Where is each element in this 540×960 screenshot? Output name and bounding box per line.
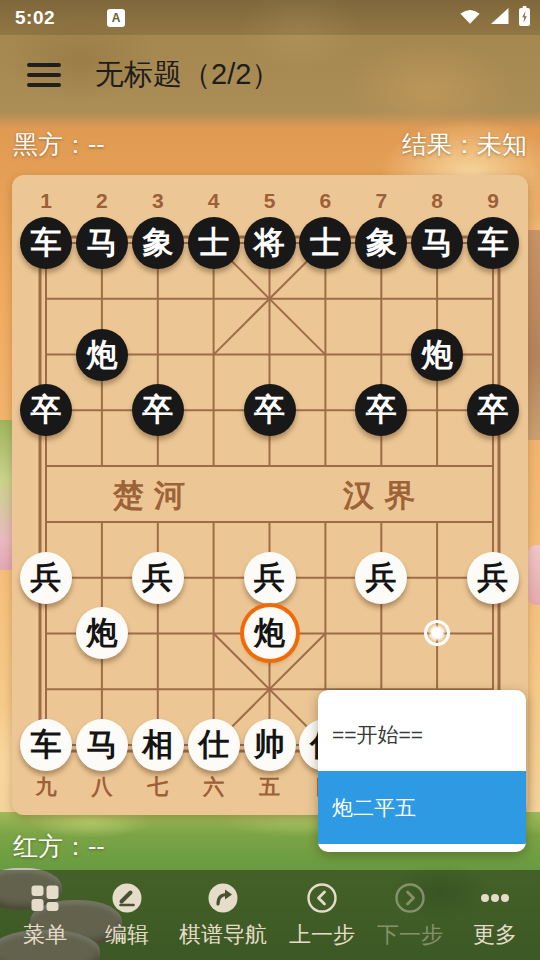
nav-navigate-button[interactable]: 棋谱导航 — [179, 881, 267, 950]
piece-black-file2-rank0[interactable]: 马 — [76, 217, 128, 269]
file-label-top: 9 — [487, 189, 499, 213]
piece-red-file3-rank6[interactable]: 兵 — [132, 552, 184, 604]
piece-red-file1-rank6[interactable]: 兵 — [20, 552, 72, 604]
red-side-label: 红方：-- — [13, 830, 105, 863]
piece-red-file5-rank6[interactable]: 兵 — [244, 552, 296, 604]
piece-black-file8-rank2[interactable]: 炮 — [411, 329, 463, 381]
piece-black-file6-rank0[interactable]: 士 — [299, 217, 351, 269]
result-label: 结果：未知 — [402, 128, 527, 161]
file-label-top: 2 — [96, 189, 108, 213]
input-method-icon: A — [107, 9, 125, 27]
status-bar: 5:02 A — [0, 0, 540, 35]
prev-step-icon — [306, 881, 338, 915]
wifi-icon — [459, 7, 481, 29]
navigate-icon — [207, 881, 239, 915]
screen: 5:02 A 无标题（2/2） 黑方：-- 结果：未 — [0, 0, 540, 960]
piece-black-file4-rank0[interactable]: 士 — [188, 217, 240, 269]
black-side-label: 黑方：-- — [13, 128, 105, 161]
move-list-item-start[interactable]: ==开始== — [318, 698, 526, 771]
piece-black-file2-rank2[interactable]: 炮 — [76, 329, 128, 381]
file-label-top: 8 — [431, 189, 443, 213]
piece-black-file1-rank0[interactable]: 车 — [20, 217, 72, 269]
piece-black-file3-rank3[interactable]: 卒 — [132, 384, 184, 436]
file-label-top: 6 — [320, 189, 332, 213]
plant-decoration — [0, 420, 12, 570]
nav-menu-button[interactable]: 菜单 — [15, 881, 75, 950]
piece-red-file2-rank9[interactable]: 马 — [76, 719, 128, 771]
file-label-bottom: 六 — [203, 773, 224, 801]
nav-menu-label: 菜单 — [23, 920, 67, 950]
piece-black-file9-rank3[interactable]: 卒 — [467, 384, 519, 436]
move-list-item-current-move[interactable]: 炮二平五 — [318, 771, 526, 844]
battery-charging-icon — [519, 6, 530, 30]
piece-black-file3-rank0[interactable]: 象 — [132, 217, 184, 269]
file-label-top: 5 — [264, 189, 276, 213]
piece-black-file1-rank3[interactable]: 卒 — [20, 384, 72, 436]
river-label-right: 汉界 — [343, 475, 425, 517]
piece-red-file7-rank6[interactable]: 兵 — [355, 552, 407, 604]
piece-black-file9-rank0[interactable]: 车 — [467, 217, 519, 269]
tree-decoration — [528, 230, 540, 440]
blossom-decoration — [528, 545, 540, 605]
nav-edit-label: 编辑 — [105, 920, 149, 950]
piece-red-file5-rank7[interactable]: 炮 — [244, 607, 296, 659]
piece-black-file5-rank0[interactable]: 将 — [244, 217, 296, 269]
file-label-bottom: 九 — [36, 773, 57, 801]
more-icon — [478, 881, 512, 915]
nav-prev-step-label: 上一步 — [289, 920, 355, 950]
file-label-bottom: 七 — [147, 773, 168, 801]
piece-red-file3-rank9[interactable]: 相 — [132, 719, 184, 771]
page-title: 无标题（2/2） — [95, 55, 280, 95]
piece-red-file9-rank6[interactable]: 兵 — [467, 552, 519, 604]
piece-red-file2-rank7[interactable]: 炮 — [76, 607, 128, 659]
file-label-top: 3 — [152, 189, 164, 213]
nav-next-step-button[interactable]: 下一步 — [377, 881, 443, 950]
piece-black-file5-rank3[interactable]: 卒 — [244, 384, 296, 436]
nav-edit-button[interactable]: 编辑 — [97, 881, 157, 950]
file-label-top: 1 — [40, 189, 52, 213]
move-list-popup: ==开始== 炮二平五 — [318, 690, 526, 852]
file-label-top: 4 — [208, 189, 220, 213]
piece-red-file4-rank9[interactable]: 仕 — [188, 719, 240, 771]
edit-icon — [111, 881, 143, 915]
nav-navigate-label: 棋谱导航 — [179, 920, 267, 950]
bottom-nav-bar: 菜单 编辑 棋谱导航 — [0, 870, 540, 960]
clock: 5:02 — [15, 7, 55, 29]
file-label-bottom: 五 — [259, 773, 280, 801]
nav-next-step-label: 下一步 — [377, 920, 443, 950]
piece-black-file8-rank0[interactable]: 马 — [411, 217, 463, 269]
file-label-top: 7 — [375, 189, 387, 213]
river-label-left: 楚河 — [113, 475, 195, 517]
nav-more-label: 更多 — [473, 920, 517, 950]
nav-more-button[interactable]: 更多 — [465, 881, 525, 950]
next-step-icon — [394, 881, 426, 915]
file-label-bottom: 八 — [91, 773, 112, 801]
piece-red-file1-rank9[interactable]: 车 — [20, 719, 72, 771]
piece-red-file5-rank9[interactable]: 帅 — [244, 719, 296, 771]
nav-prev-step-button[interactable]: 上一步 — [289, 881, 355, 950]
menu-drawer-icon[interactable] — [27, 63, 61, 87]
dashboard-icon — [30, 881, 60, 915]
piece-black-file7-rank0[interactable]: 象 — [355, 217, 407, 269]
cellular-icon — [490, 7, 510, 29]
app-bar: 无标题（2/2） — [0, 35, 540, 115]
